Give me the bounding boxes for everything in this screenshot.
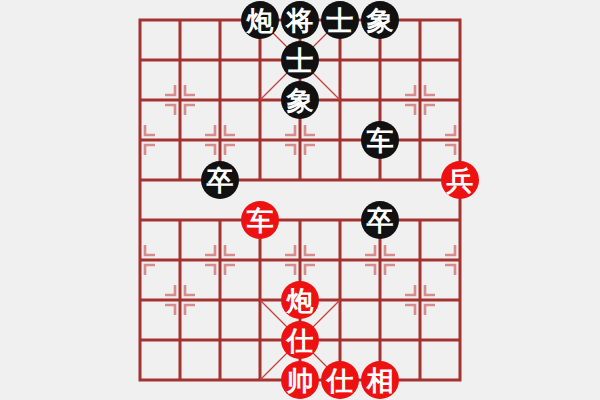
xiangqi-board: 炮将士象士象车卒兵车卒炮仕帅仕相: [0, 0, 600, 400]
pieces-layer: 炮将士象士象车卒兵车卒炮仕帅仕相: [120, 0, 480, 400]
piece-red-advisor-2[interactable]: 仕: [321, 361, 359, 399]
piece-black-advisor-2[interactable]: 士: [281, 41, 319, 79]
piece-red-advisor-1[interactable]: 仕: [281, 321, 319, 359]
piece-black-advisor-1[interactable]: 士: [321, 1, 359, 39]
piece-black-elephant-2[interactable]: 象: [281, 81, 319, 119]
piece-black-cannon[interactable]: 炮: [241, 1, 279, 39]
piece-black-chariot[interactable]: 车: [361, 121, 399, 159]
piece-black-soldier-2[interactable]: 卒: [361, 201, 399, 239]
piece-red-chariot[interactable]: 车: [241, 201, 279, 239]
piece-red-elephant[interactable]: 相: [361, 361, 399, 399]
piece-red-king[interactable]: 帅: [281, 361, 319, 399]
piece-black-king[interactable]: 将: [281, 1, 319, 39]
piece-black-elephant-1[interactable]: 象: [361, 1, 399, 39]
piece-red-soldier[interactable]: 兵: [441, 161, 479, 199]
piece-black-soldier-1[interactable]: 卒: [201, 161, 239, 199]
piece-red-cannon[interactable]: 炮: [281, 281, 319, 319]
